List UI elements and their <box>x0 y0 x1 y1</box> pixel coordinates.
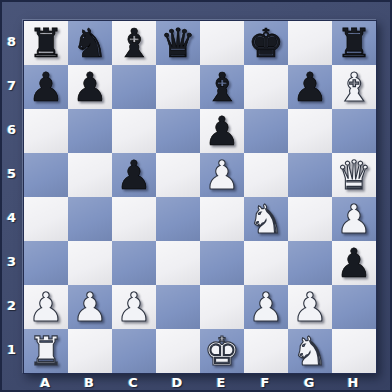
file-label-c: C <box>111 373 155 392</box>
square-a3[interactable] <box>24 241 68 285</box>
file-label-e: E <box>199 373 243 392</box>
chess-board: ♜♞♝♛♚♜♟♟♝♟♝♟♟♟♛♞♟♟♟♟♟♟♟♜♚♞ <box>23 20 377 374</box>
square-b3[interactable] <box>68 241 112 285</box>
white-knight-g1[interactable]: ♞ <box>292 329 328 373</box>
square-h4[interactable]: ♟ <box>332 197 376 241</box>
square-d5[interactable] <box>156 153 200 197</box>
rank-label-3: 3 <box>2 240 21 284</box>
square-a6[interactable] <box>24 109 68 153</box>
file-label-h: H <box>331 373 375 392</box>
square-h7[interactable]: ♝ <box>332 65 376 109</box>
square-h2[interactable] <box>332 285 376 329</box>
file-label-d: D <box>155 373 199 392</box>
square-d7[interactable] <box>156 65 200 109</box>
square-a8[interactable]: ♜ <box>24 21 68 65</box>
square-f3[interactable] <box>244 241 288 285</box>
square-f2[interactable]: ♟ <box>244 285 288 329</box>
square-h8[interactable]: ♜ <box>332 21 376 65</box>
square-e2[interactable] <box>200 285 244 329</box>
square-g8[interactable] <box>288 21 332 65</box>
file-label-a: A <box>23 373 67 392</box>
square-h3[interactable]: ♟ <box>332 241 376 285</box>
black-king-f8[interactable]: ♚ <box>248 21 284 65</box>
square-e7[interactable]: ♝ <box>200 65 244 109</box>
white-pawn-a2[interactable]: ♟ <box>28 285 64 329</box>
square-b1[interactable] <box>68 329 112 373</box>
square-b7[interactable]: ♟ <box>68 65 112 109</box>
square-b6[interactable] <box>68 109 112 153</box>
white-pawn-c2[interactable]: ♟ <box>116 285 152 329</box>
square-b5[interactable] <box>68 153 112 197</box>
square-d8[interactable]: ♛ <box>156 21 200 65</box>
square-h5[interactable]: ♛ <box>332 153 376 197</box>
square-f6[interactable] <box>244 109 288 153</box>
square-a5[interactable] <box>24 153 68 197</box>
white-pawn-e5[interactable]: ♟ <box>204 153 240 197</box>
square-e3[interactable] <box>200 241 244 285</box>
white-queen-h5[interactable]: ♛ <box>336 153 372 197</box>
square-c5[interactable]: ♟ <box>112 153 156 197</box>
rank-label-5: 5 <box>2 152 21 196</box>
file-label-g: G <box>287 373 331 392</box>
white-pawn-h4[interactable]: ♟ <box>336 197 372 241</box>
black-bishop-c8[interactable]: ♝ <box>116 21 152 65</box>
square-c7[interactable] <box>112 65 156 109</box>
square-d2[interactable] <box>156 285 200 329</box>
square-e5[interactable]: ♟ <box>200 153 244 197</box>
square-g1[interactable]: ♞ <box>288 329 332 373</box>
square-d6[interactable] <box>156 109 200 153</box>
black-bishop-e7[interactable]: ♝ <box>204 65 240 109</box>
file-label-b: B <box>67 373 111 392</box>
square-f7[interactable] <box>244 65 288 109</box>
black-rook-h8[interactable]: ♜ <box>336 21 372 65</box>
chess-board-frame: ♜♞♝♛♚♜♟♟♝♟♝♟♟♟♛♞♟♟♟♟♟♟♟♜♚♞ 87654321 ABCD… <box>0 0 392 392</box>
square-g7[interactable]: ♟ <box>288 65 332 109</box>
rank-label-8: 8 <box>2 20 21 64</box>
rank-label-7: 7 <box>2 64 21 108</box>
black-rook-a8[interactable]: ♜ <box>28 21 64 65</box>
square-g4[interactable] <box>288 197 332 241</box>
black-pawn-b7[interactable]: ♟ <box>72 65 108 109</box>
square-b4[interactable] <box>68 197 112 241</box>
black-pawn-c5[interactable]: ♟ <box>116 153 152 197</box>
black-pawn-h3[interactable]: ♟ <box>336 241 372 285</box>
square-a1[interactable]: ♜ <box>24 329 68 373</box>
square-a7[interactable]: ♟ <box>24 65 68 109</box>
rank-label-6: 6 <box>2 108 21 152</box>
square-e4[interactable] <box>200 197 244 241</box>
black-pawn-a7[interactable]: ♟ <box>28 65 64 109</box>
rank-label-4: 4 <box>2 196 21 240</box>
square-a2[interactable]: ♟ <box>24 285 68 329</box>
square-f5[interactable] <box>244 153 288 197</box>
rank-label-1: 1 <box>2 328 21 372</box>
square-g3[interactable] <box>288 241 332 285</box>
square-e1[interactable]: ♚ <box>200 329 244 373</box>
square-f1[interactable] <box>244 329 288 373</box>
square-e8[interactable] <box>200 21 244 65</box>
square-c1[interactable] <box>112 329 156 373</box>
white-king-e1[interactable]: ♚ <box>204 329 240 373</box>
square-c3[interactable] <box>112 241 156 285</box>
square-h6[interactable] <box>332 109 376 153</box>
black-pawn-e6[interactable]: ♟ <box>204 109 240 153</box>
white-pawn-f2[interactable]: ♟ <box>248 285 284 329</box>
square-g6[interactable] <box>288 109 332 153</box>
square-a4[interactable] <box>24 197 68 241</box>
square-b2[interactable]: ♟ <box>68 285 112 329</box>
square-e6[interactable]: ♟ <box>200 109 244 153</box>
white-bishop-h7[interactable]: ♝ <box>336 65 372 109</box>
rank-label-2: 2 <box>2 284 21 328</box>
white-rook-a1[interactable]: ♜ <box>28 329 64 373</box>
square-c4[interactable] <box>112 197 156 241</box>
square-h1[interactable] <box>332 329 376 373</box>
black-queen-d8[interactable]: ♛ <box>160 21 196 65</box>
square-d3[interactable] <box>156 241 200 285</box>
black-knight-b8[interactable]: ♞ <box>72 21 108 65</box>
square-d1[interactable] <box>156 329 200 373</box>
white-pawn-b2[interactable]: ♟ <box>72 285 108 329</box>
file-label-f: F <box>243 373 287 392</box>
square-c2[interactable]: ♟ <box>112 285 156 329</box>
square-c8[interactable]: ♝ <box>112 21 156 65</box>
square-f4[interactable]: ♞ <box>244 197 288 241</box>
square-f8[interactable]: ♚ <box>244 21 288 65</box>
square-d4[interactable] <box>156 197 200 241</box>
black-pawn-g7[interactable]: ♟ <box>292 65 328 109</box>
square-b8[interactable]: ♞ <box>68 21 112 65</box>
white-pawn-g2[interactable]: ♟ <box>292 285 328 329</box>
square-g5[interactable] <box>288 153 332 197</box>
white-knight-f4[interactable]: ♞ <box>248 197 284 241</box>
square-c6[interactable] <box>112 109 156 153</box>
square-g2[interactable]: ♟ <box>288 285 332 329</box>
